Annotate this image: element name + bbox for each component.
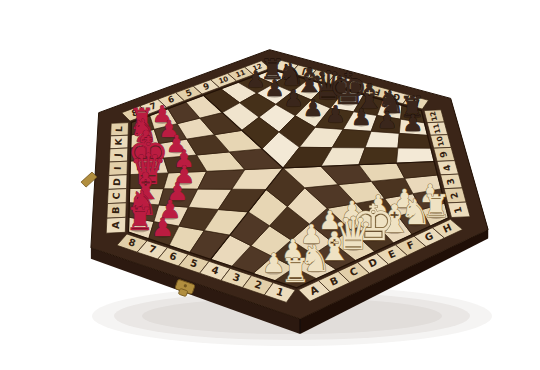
three-player-chess-board: IJKLEFGH12111094321ABCDEFGH87654321LKJID…	[0, 0, 540, 370]
coordinate-label-left_home_red-6: B	[110, 207, 121, 215]
coordinate-label-left_home_red-0: L	[114, 126, 124, 132]
piece-white-R: ♜	[281, 251, 311, 290]
coordinate-label-left_home_red-7: A	[110, 221, 121, 229]
coordinate-label-left_home_red-5: C	[111, 192, 122, 199]
piece-black-P: ♟	[283, 85, 303, 111]
square-black-7-3	[397, 148, 435, 163]
piece-black-P: ♟	[377, 107, 398, 133]
piece-black-P: ♟	[303, 95, 323, 121]
coordinate-label-left_home_red-4: D	[111, 178, 122, 186]
piece-black-P: ♟	[264, 75, 284, 101]
product-photo-scene: IJKLEFGH12111094321ABCDEFGH87654321LKJID…	[0, 0, 540, 370]
piece-black-P: ♟	[246, 66, 266, 92]
square-black-6-3	[359, 148, 398, 165]
piece-black-P: ♟	[403, 110, 424, 136]
coordinate-label-left_home_red-3: I	[112, 166, 123, 170]
piece-red-R: ♜	[126, 201, 154, 237]
coordinate-label-left_home_red-2: J	[113, 153, 123, 158]
piece-black-P: ♟	[351, 104, 372, 130]
square-black-6-2	[365, 131, 399, 148]
piece-black-P: ♟	[325, 101, 346, 127]
piece-red-P: ♟	[151, 212, 174, 242]
